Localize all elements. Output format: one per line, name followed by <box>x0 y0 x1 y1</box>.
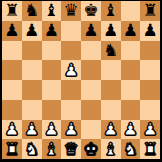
square-b1[interactable]: ♞ <box>22 139 42 159</box>
white-pawn-a2[interactable]: ♟ <box>4 120 19 137</box>
white-pawn-h2[interactable]: ♟ <box>143 120 158 137</box>
square-h4[interactable] <box>140 80 160 100</box>
square-d7[interactable] <box>61 21 81 41</box>
square-e5[interactable] <box>81 60 101 80</box>
square-c2[interactable]: ♟ <box>42 120 62 140</box>
square-c8[interactable]: ♝ <box>42 1 62 21</box>
black-queen-d8[interactable]: ♛ <box>64 2 79 19</box>
square-b2[interactable]: ♟ <box>22 120 42 140</box>
square-f2[interactable]: ♟ <box>101 120 121 140</box>
black-knight-b8[interactable]: ♞ <box>24 2 39 19</box>
square-b8[interactable]: ♞ <box>22 1 42 21</box>
square-a5[interactable] <box>2 60 22 80</box>
black-pawn-g7[interactable]: ♟ <box>123 22 138 39</box>
square-d6[interactable] <box>61 41 81 61</box>
square-f8[interactable]: ♝ <box>101 1 121 21</box>
square-e3[interactable] <box>81 100 101 120</box>
square-f6[interactable]: ♞ <box>101 41 121 61</box>
square-e4[interactable] <box>81 80 101 100</box>
square-c1[interactable]: ♝ <box>42 139 62 159</box>
square-f5[interactable] <box>101 60 121 80</box>
square-a7[interactable]: ♟ <box>2 21 22 41</box>
black-bishop-f8[interactable]: ♝ <box>103 2 118 19</box>
square-h1[interactable]: ♜ <box>140 139 160 159</box>
white-bishop-c1[interactable]: ♝ <box>44 140 59 157</box>
black-pawn-a7[interactable]: ♟ <box>4 22 19 39</box>
square-e6[interactable] <box>81 41 101 61</box>
square-a6[interactable] <box>2 41 22 61</box>
square-a2[interactable]: ♟ <box>2 120 22 140</box>
square-b6[interactable] <box>22 41 42 61</box>
black-king-e8[interactable]: ♚ <box>83 2 98 19</box>
square-a1[interactable]: ♜ <box>2 139 22 159</box>
square-h7[interactable]: ♟ <box>140 21 160 41</box>
square-c7[interactable]: ♟ <box>42 21 62 41</box>
square-c3[interactable] <box>42 100 62 120</box>
white-pawn-f2[interactable]: ♟ <box>103 120 118 137</box>
square-b4[interactable] <box>22 80 42 100</box>
square-g6[interactable] <box>121 41 141 61</box>
square-a8[interactable]: ♜ <box>2 1 22 21</box>
square-f1[interactable]: ♝ <box>101 139 121 159</box>
chess-board: ♜♞♝♛♚♝♜♟♟♟♟♟♟♟♞♟♟♟♟♟♟♟♟♜♞♝♛♚♝♞♜ <box>2 1 160 159</box>
black-rook-h8[interactable]: ♜ <box>143 2 158 19</box>
white-pawn-g2[interactable]: ♟ <box>123 120 138 137</box>
square-e8[interactable]: ♚ <box>81 1 101 21</box>
square-e7[interactable]: ♟ <box>81 21 101 41</box>
square-d1[interactable]: ♛ <box>61 139 81 159</box>
white-pawn-b2[interactable]: ♟ <box>24 120 39 137</box>
white-bishop-f1[interactable]: ♝ <box>103 140 118 157</box>
square-c5[interactable] <box>42 60 62 80</box>
white-knight-b1[interactable]: ♞ <box>24 140 39 157</box>
black-rook-a8[interactable]: ♜ <box>4 2 19 19</box>
square-f4[interactable] <box>101 80 121 100</box>
white-queen-d1[interactable]: ♛ <box>64 140 79 157</box>
square-b7[interactable]: ♟ <box>22 21 42 41</box>
black-bishop-c8[interactable]: ♝ <box>44 2 59 19</box>
square-c6[interactable] <box>42 41 62 61</box>
square-f3[interactable] <box>101 100 121 120</box>
square-d3[interactable] <box>61 100 81 120</box>
square-d5[interactable]: ♟ <box>61 60 81 80</box>
white-pawn-d2[interactable]: ♟ <box>64 120 79 137</box>
square-h5[interactable] <box>140 60 160 80</box>
square-g2[interactable]: ♟ <box>121 120 141 140</box>
square-a4[interactable] <box>2 80 22 100</box>
white-knight-g1[interactable]: ♞ <box>123 140 138 157</box>
square-g5[interactable] <box>121 60 141 80</box>
square-f7[interactable]: ♟ <box>101 21 121 41</box>
black-pawn-b7[interactable]: ♟ <box>24 22 39 39</box>
square-e2[interactable] <box>81 120 101 140</box>
square-e1[interactable]: ♚ <box>81 139 101 159</box>
square-h8[interactable]: ♜ <box>140 1 160 21</box>
square-d8[interactable]: ♛ <box>61 1 81 21</box>
square-g3[interactable] <box>121 100 141 120</box>
white-pawn-c2[interactable]: ♟ <box>44 120 59 137</box>
white-pawn-d5[interactable]: ♟ <box>64 61 79 78</box>
square-g4[interactable] <box>121 80 141 100</box>
board-frame: ♜♞♝♛♚♝♜♟♟♟♟♟♟♟♞♟♟♟♟♟♟♟♟♜♞♝♛♚♝♞♜ <box>0 0 162 162</box>
black-pawn-f7[interactable]: ♟ <box>103 22 118 39</box>
square-g8[interactable] <box>121 1 141 21</box>
square-h3[interactable] <box>140 100 160 120</box>
square-g1[interactable]: ♞ <box>121 139 141 159</box>
black-pawn-c7[interactable]: ♟ <box>44 22 59 39</box>
white-rook-a1[interactable]: ♜ <box>4 140 19 157</box>
square-g7[interactable]: ♟ <box>121 21 141 41</box>
black-pawn-e7[interactable]: ♟ <box>83 22 98 39</box>
square-h6[interactable] <box>140 41 160 61</box>
square-b3[interactable] <box>22 100 42 120</box>
black-knight-f6[interactable]: ♞ <box>103 41 118 58</box>
square-b5[interactable] <box>22 60 42 80</box>
white-rook-h1[interactable]: ♜ <box>143 140 158 157</box>
black-pawn-h7[interactable]: ♟ <box>143 22 158 39</box>
square-a3[interactable] <box>2 100 22 120</box>
square-d4[interactable] <box>61 80 81 100</box>
square-h2[interactable]: ♟ <box>140 120 160 140</box>
square-c4[interactable] <box>42 80 62 100</box>
white-king-e1[interactable]: ♚ <box>83 140 98 157</box>
square-d2[interactable]: ♟ <box>61 120 81 140</box>
